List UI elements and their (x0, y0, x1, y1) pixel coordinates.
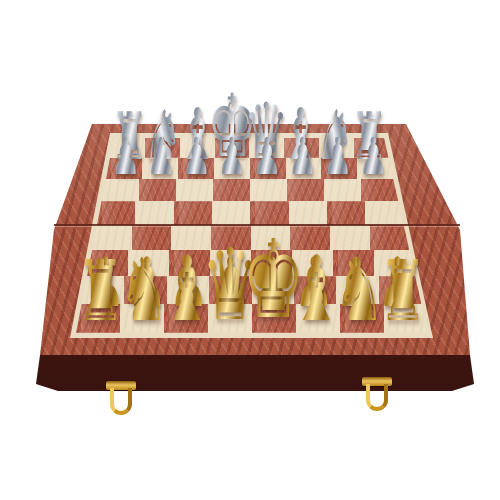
square-g1 (340, 304, 384, 333)
square-d1 (208, 304, 252, 333)
board-rank-3 (87, 250, 415, 276)
square-b1 (120, 304, 164, 333)
square-c8 (180, 138, 215, 158)
square-b5 (135, 201, 173, 225)
square-b8 (145, 138, 180, 158)
board-fold-seam (54, 224, 460, 228)
square-c6 (176, 179, 213, 201)
square-c3 (169, 250, 210, 276)
square-h1 (384, 304, 428, 333)
square-h8 (354, 138, 389, 158)
square-c1 (164, 304, 208, 333)
square-f3 (292, 250, 333, 276)
square-c7 (178, 158, 214, 179)
square-b4 (132, 225, 172, 250)
clasp-right (362, 377, 392, 415)
clasp-shackle (110, 388, 132, 415)
board-rank-1 (76, 304, 428, 333)
square-g8 (319, 138, 354, 158)
square-h7 (357, 158, 393, 179)
board-rank-6 (102, 179, 399, 201)
square-h5 (365, 201, 403, 225)
square-b2 (124, 276, 166, 304)
square-d6 (213, 179, 250, 201)
square-g2 (336, 276, 378, 304)
square-d5 (212, 201, 250, 225)
square-a5 (97, 201, 135, 225)
square-e7 (250, 158, 286, 179)
square-h3 (374, 250, 415, 276)
board-rank-7 (106, 158, 393, 179)
square-g6 (324, 179, 361, 201)
chess-set-photo: ♜♞♝♚♛♝♞♜♟♟♟♟♟♟♟♟♟♟♟♟♟♟♟♟♜♞♝♛♚♝♞♜ (0, 0, 500, 500)
square-e8 (249, 138, 284, 158)
square-f8 (284, 138, 319, 158)
square-h4 (370, 225, 410, 250)
square-d7 (214, 158, 250, 179)
square-h2 (379, 276, 421, 304)
square-h6 (361, 179, 398, 201)
square-f7 (286, 158, 322, 179)
square-d8 (215, 138, 250, 158)
square-g5 (327, 201, 365, 225)
square-a1 (76, 304, 120, 333)
square-a3 (87, 250, 128, 276)
board-rank-8 (110, 138, 388, 158)
square-e6 (250, 179, 287, 201)
square-a8 (110, 138, 145, 158)
square-c2 (167, 276, 209, 304)
square-b6 (139, 179, 176, 201)
square-e2 (252, 276, 294, 304)
square-d2 (209, 276, 251, 304)
square-c4 (171, 225, 211, 250)
square-a2 (82, 276, 124, 304)
square-g3 (333, 250, 374, 276)
square-e5 (250, 201, 288, 225)
square-a4 (92, 225, 132, 250)
square-a7 (106, 158, 142, 179)
square-e1 (252, 304, 296, 333)
square-f2 (294, 276, 336, 304)
square-f5 (289, 201, 327, 225)
square-a6 (102, 179, 139, 201)
square-e3 (251, 250, 292, 276)
square-f6 (287, 179, 324, 201)
square-f4 (290, 225, 330, 250)
clasp-left (106, 381, 136, 419)
square-d4 (211, 225, 251, 250)
square-d3 (210, 250, 251, 276)
square-f1 (296, 304, 340, 333)
square-b3 (128, 250, 169, 276)
board-rank-5 (97, 201, 404, 225)
square-g4 (330, 225, 370, 250)
board-rank-4 (92, 225, 409, 250)
square-b7 (142, 158, 178, 179)
clasp-shackle (366, 384, 388, 411)
square-g7 (321, 158, 357, 179)
board-rank-2 (82, 276, 422, 304)
square-e4 (251, 225, 291, 250)
square-c5 (174, 201, 212, 225)
